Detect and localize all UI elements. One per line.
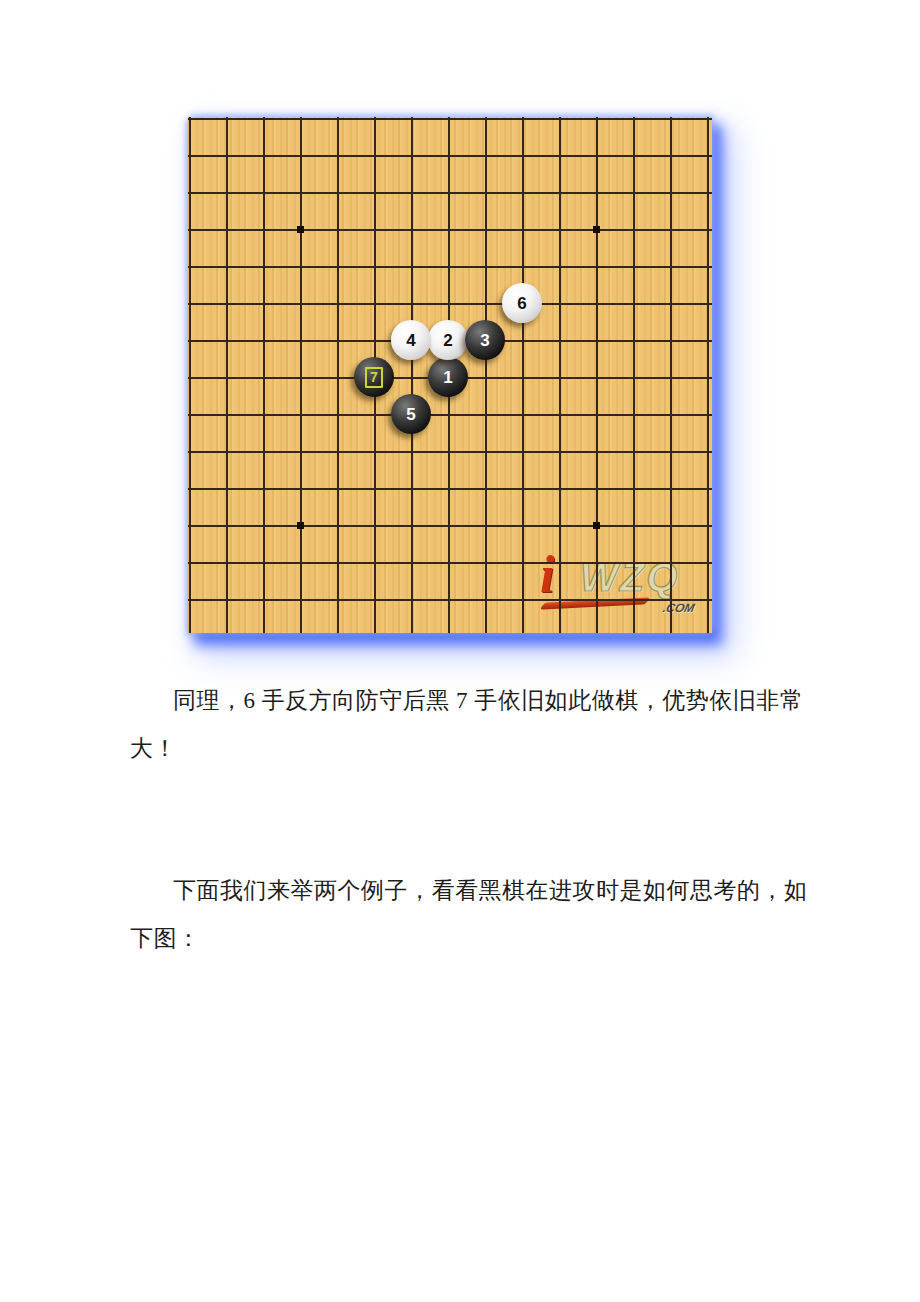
gomoku-board: i WZQ .COM 1234567: [188, 117, 712, 633]
stone-number: 6: [517, 295, 526, 312]
star-point: [593, 522, 600, 529]
stone-black-7: 7: [354, 357, 394, 397]
stone-number: 5: [406, 406, 415, 423]
stone-black-5: 5: [391, 394, 431, 434]
star-point: [593, 226, 600, 233]
stone-number: 1: [443, 369, 452, 386]
star-point: [297, 522, 304, 529]
stone-number: 2: [443, 332, 452, 349]
star-point: [297, 226, 304, 233]
stone-white-6: 6: [502, 283, 542, 323]
stone-black-1: 1: [428, 357, 468, 397]
stone-white-2: 2: [428, 320, 468, 360]
document-page: i WZQ .COM 1234567 同理，6 手反方向防守后黑 7 手依旧如此…: [0, 0, 920, 1302]
stone-black-3: 3: [465, 320, 505, 360]
stone-number: 3: [480, 332, 489, 349]
paragraph-2-line-2: 下图：: [130, 926, 810, 951]
stone-number: 4: [406, 332, 415, 349]
stone-number: 7: [365, 367, 383, 388]
paragraph-1-line-1: 同理，6 手反方向防守后黑 7 手依旧如此做棋，优势依旧非常: [130, 688, 810, 713]
paragraph-1-line-2: 大！: [130, 736, 810, 761]
paragraph-2-line-1: 下面我们来举两个例子，看看黑棋在进攻时是如何思考的，如: [130, 878, 810, 903]
stone-white-4: 4: [391, 320, 431, 360]
board-intersections: 1234567: [188, 117, 712, 633]
